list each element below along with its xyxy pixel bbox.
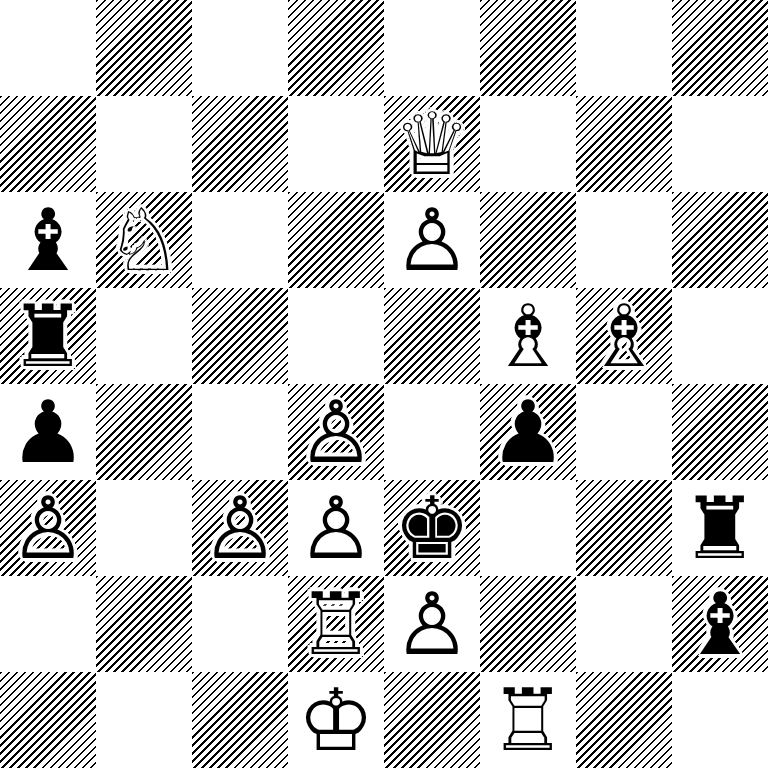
- square-e8[interactable]: [384, 0, 480, 96]
- square-a7[interactable]: [0, 96, 96, 192]
- white-pawn-icon: ♙: [201, 480, 278, 576]
- square-f2[interactable]: [480, 576, 576, 672]
- white-pawn-icon: ♙: [297, 384, 374, 480]
- white-pawn-icon: ♙: [297, 480, 374, 576]
- black-pawn-icon: ♟: [489, 384, 566, 480]
- square-f6[interactable]: [480, 192, 576, 288]
- white-pawn-icon: ♙: [393, 192, 470, 288]
- square-e7[interactable]: ♕: [384, 96, 480, 192]
- square-b7[interactable]: [96, 96, 192, 192]
- square-b6[interactable]: ♘: [96, 192, 192, 288]
- square-d5[interactable]: [288, 288, 384, 384]
- black-rook-icon: ♜: [9, 288, 86, 384]
- white-pawn-icon: ♙: [9, 480, 86, 576]
- square-g1[interactable]: [576, 672, 672, 768]
- square-h3[interactable]: ♜: [672, 480, 768, 576]
- square-d7[interactable]: [288, 96, 384, 192]
- square-f5[interactable]: ♗: [480, 288, 576, 384]
- square-c6[interactable]: [192, 192, 288, 288]
- square-e6[interactable]: ♙: [384, 192, 480, 288]
- square-h5[interactable]: [672, 288, 768, 384]
- white-bishop-icon: ♗: [585, 288, 662, 384]
- square-h2[interactable]: ♝: [672, 576, 768, 672]
- square-b2[interactable]: [96, 576, 192, 672]
- square-g5[interactable]: ♗: [576, 288, 672, 384]
- square-f8[interactable]: [480, 0, 576, 96]
- square-a2[interactable]: [0, 576, 96, 672]
- square-e3[interactable]: ♚: [384, 480, 480, 576]
- square-d3[interactable]: ♙: [288, 480, 384, 576]
- black-bishop-icon: ♝: [681, 576, 758, 672]
- square-h1[interactable]: [672, 672, 768, 768]
- chess-board: ♕♝♘♙♜♗♗♟♙♟♙♙♙♚♜♖♙♝♔♖: [0, 0, 768, 768]
- square-d1[interactable]: ♔: [288, 672, 384, 768]
- square-g8[interactable]: [576, 0, 672, 96]
- square-a3[interactable]: ♙: [0, 480, 96, 576]
- square-a4[interactable]: ♟: [0, 384, 96, 480]
- square-b8[interactable]: [96, 0, 192, 96]
- square-e5[interactable]: [384, 288, 480, 384]
- square-e1[interactable]: [384, 672, 480, 768]
- chess-diagram: ♕♝♘♙♜♗♗♟♙♟♙♙♙♚♜♖♙♝♔♖: [0, 0, 768, 768]
- square-c7[interactable]: [192, 96, 288, 192]
- black-bishop-icon: ♝: [9, 192, 86, 288]
- square-d8[interactable]: [288, 0, 384, 96]
- square-c8[interactable]: [192, 0, 288, 96]
- white-king-icon: ♔: [297, 672, 374, 768]
- square-g6[interactable]: [576, 192, 672, 288]
- square-f3[interactable]: [480, 480, 576, 576]
- square-h7[interactable]: [672, 96, 768, 192]
- black-pawn-icon: ♟: [9, 384, 86, 480]
- square-a5[interactable]: ♜: [0, 288, 96, 384]
- square-a6[interactable]: ♝: [0, 192, 96, 288]
- square-b1[interactable]: [96, 672, 192, 768]
- square-f4[interactable]: ♟: [480, 384, 576, 480]
- white-bishop-icon: ♗: [489, 288, 566, 384]
- square-d6[interactable]: [288, 192, 384, 288]
- square-d4[interactable]: ♙: [288, 384, 384, 480]
- square-g2[interactable]: [576, 576, 672, 672]
- square-e4[interactable]: [384, 384, 480, 480]
- square-c5[interactable]: [192, 288, 288, 384]
- square-a8[interactable]: [0, 0, 96, 96]
- square-b3[interactable]: [96, 480, 192, 576]
- black-rook-icon: ♜: [681, 480, 758, 576]
- square-f7[interactable]: [480, 96, 576, 192]
- white-rook-icon: ♖: [489, 672, 566, 768]
- white-rook-icon: ♖: [297, 576, 374, 672]
- square-b4[interactable]: [96, 384, 192, 480]
- black-king-icon: ♚: [393, 480, 470, 576]
- square-b5[interactable]: [96, 288, 192, 384]
- square-c4[interactable]: [192, 384, 288, 480]
- square-e2[interactable]: ♙: [384, 576, 480, 672]
- square-g4[interactable]: [576, 384, 672, 480]
- square-c3[interactable]: ♙: [192, 480, 288, 576]
- white-pawn-icon: ♙: [393, 576, 470, 672]
- square-g7[interactable]: [576, 96, 672, 192]
- square-f1[interactable]: ♖: [480, 672, 576, 768]
- square-c1[interactable]: [192, 672, 288, 768]
- square-g3[interactable]: [576, 480, 672, 576]
- square-c2[interactable]: [192, 576, 288, 672]
- square-a1[interactable]: [0, 672, 96, 768]
- white-knight-icon: ♘: [105, 192, 182, 288]
- square-h4[interactable]: [672, 384, 768, 480]
- square-h6[interactable]: [672, 192, 768, 288]
- white-queen-icon: ♕: [393, 96, 470, 192]
- square-d2[interactable]: ♖: [288, 576, 384, 672]
- square-h8[interactable]: [672, 0, 768, 96]
